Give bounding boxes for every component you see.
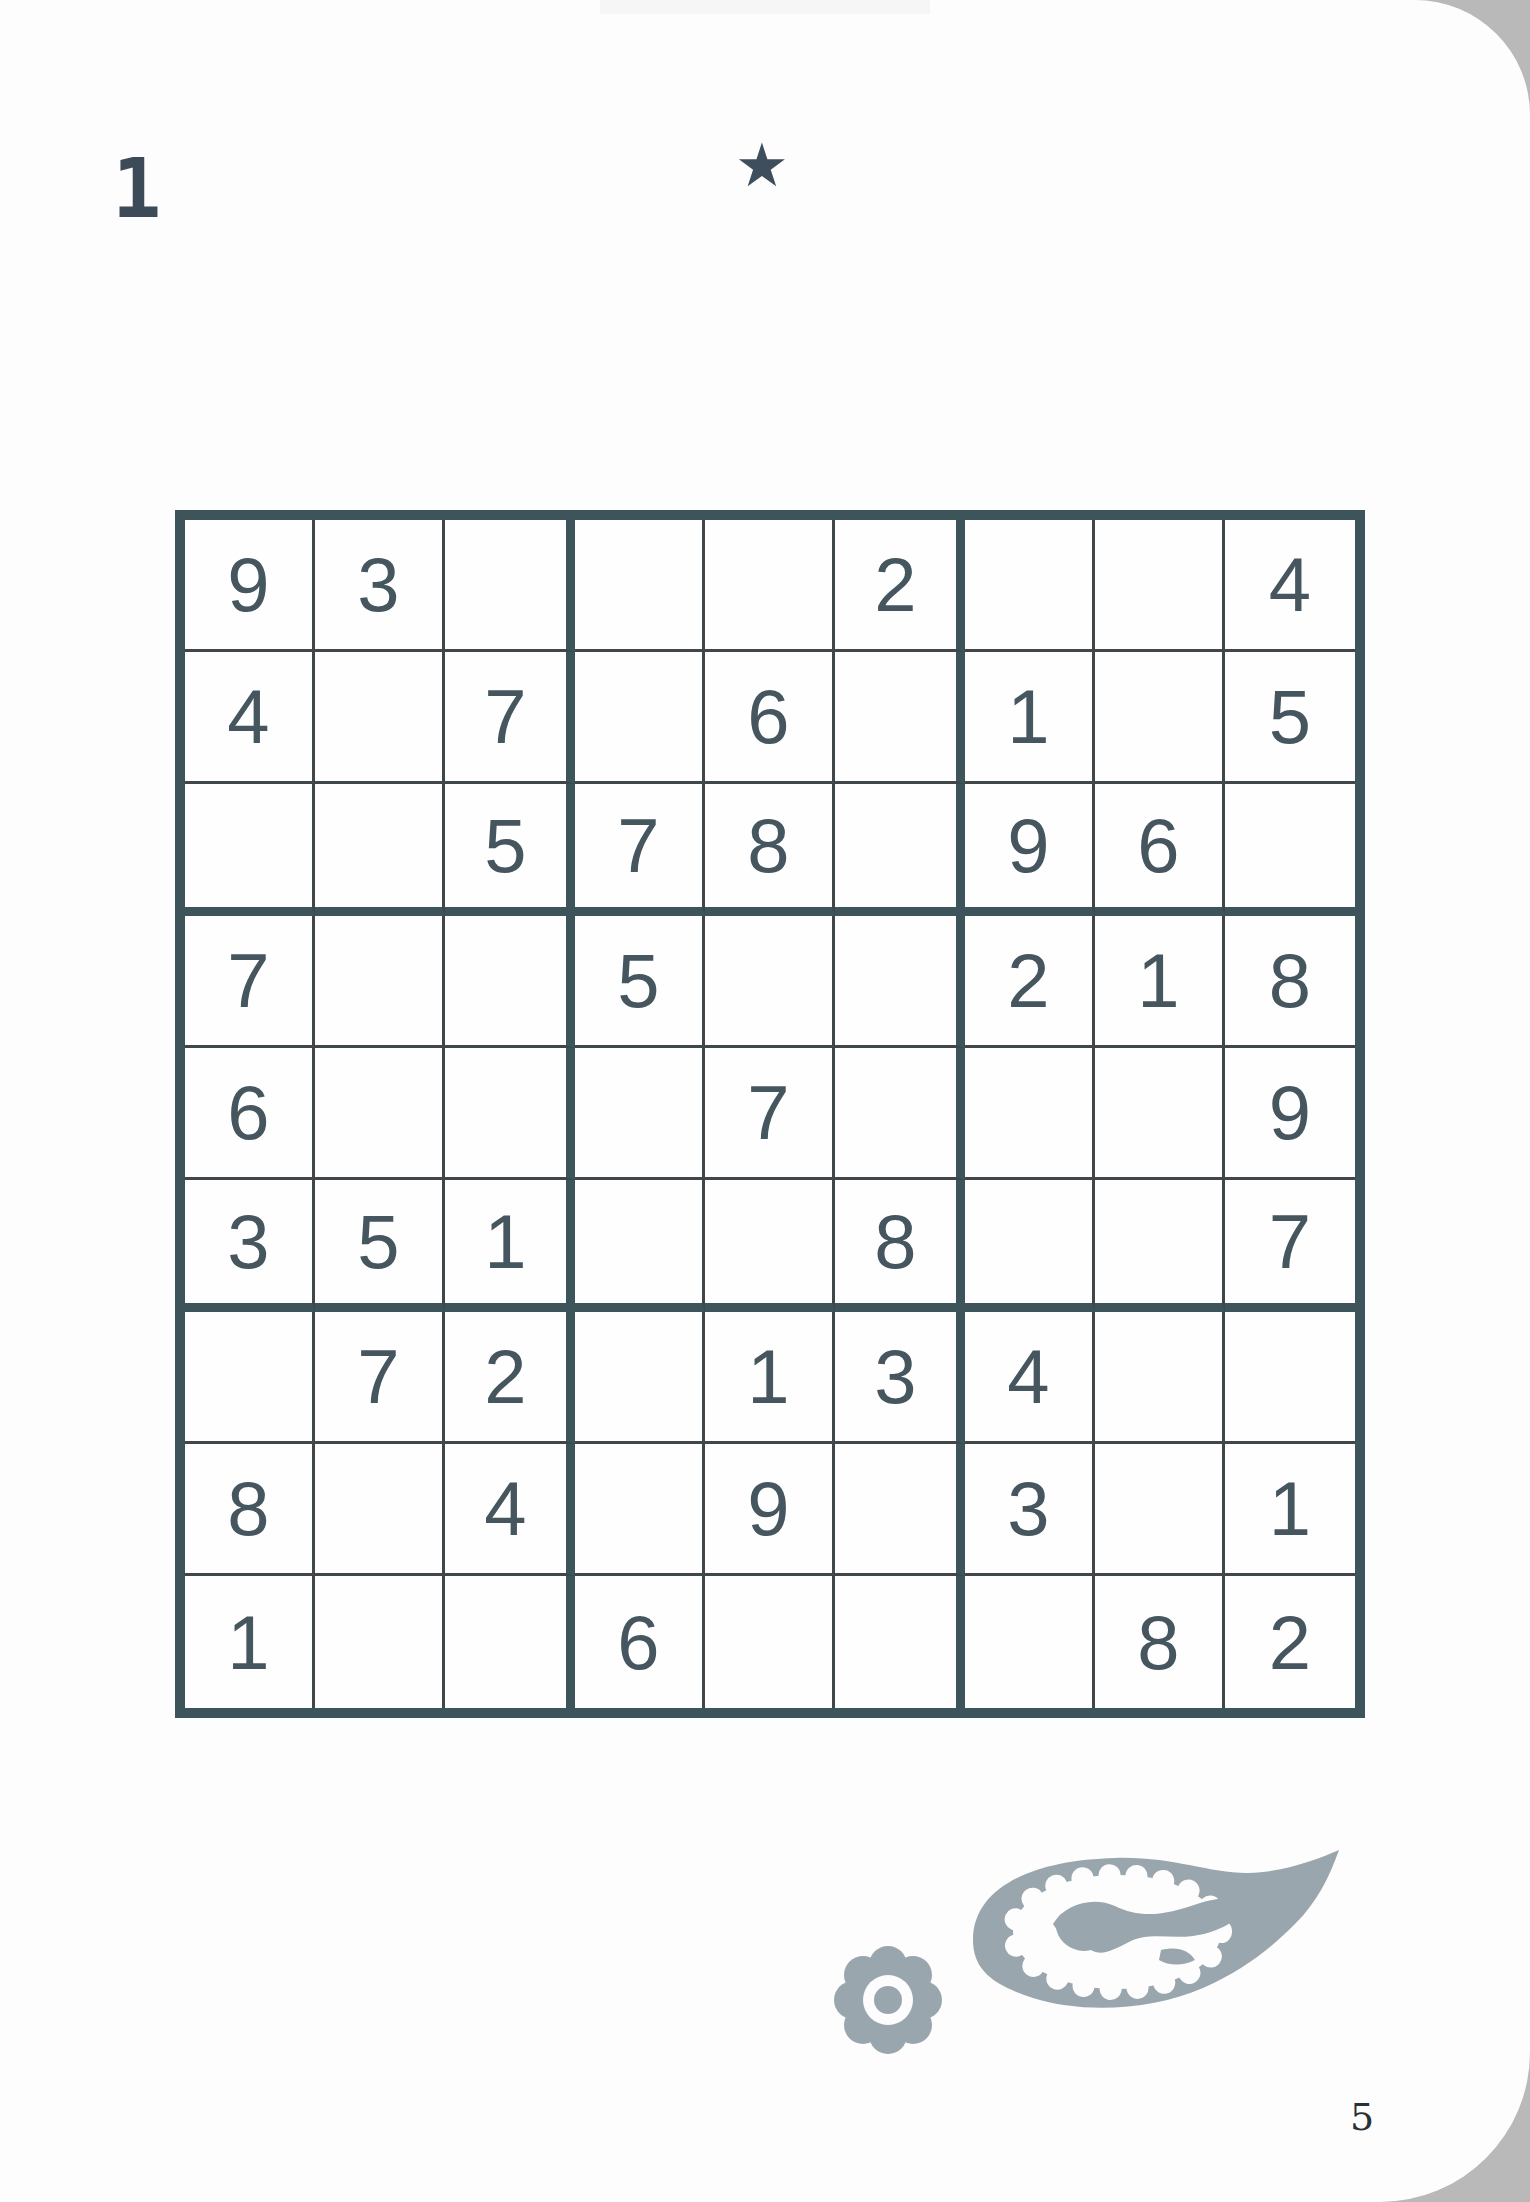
sudoku-cell-r2c1: 4 xyxy=(185,652,315,784)
sudoku-cell-r1c2: 3 xyxy=(315,520,445,652)
sudoku-cell-r3c3: 5 xyxy=(445,784,575,916)
sudoku-cell-r8c3: 4 xyxy=(445,1444,575,1576)
sudoku-cell-r3c9[interactable] xyxy=(1225,784,1355,916)
sudoku-cell-r8c9: 1 xyxy=(1225,1444,1355,1576)
sudoku-cell-r6c7[interactable] xyxy=(965,1180,1095,1312)
sudoku-cell-r2c6[interactable] xyxy=(835,652,965,784)
sudoku-cell-r5c2[interactable] xyxy=(315,1048,445,1180)
sudoku-cell-r8c7: 3 xyxy=(965,1444,1095,1576)
sudoku-cell-r5c8[interactable] xyxy=(1095,1048,1225,1180)
sudoku-cell-r7c6: 3 xyxy=(835,1312,965,1444)
sudoku-cell-r4c5[interactable] xyxy=(705,916,835,1048)
sudoku-cell-r6c5[interactable] xyxy=(705,1180,835,1312)
sudoku-cell-r8c2[interactable] xyxy=(315,1444,445,1576)
sudoku-cell-r2c9: 5 xyxy=(1225,652,1355,784)
sudoku-cell-r5c9: 9 xyxy=(1225,1048,1355,1180)
sudoku-cell-r6c9: 7 xyxy=(1225,1180,1355,1312)
sudoku-cell-r8c8[interactable] xyxy=(1095,1444,1225,1576)
sudoku-cell-r4c4: 5 xyxy=(575,916,705,1048)
sudoku-cell-r3c7: 9 xyxy=(965,784,1095,916)
paisley-ornament-icon xyxy=(965,1848,1345,2020)
flower-ornament-icon xyxy=(832,1938,944,2060)
sudoku-cell-r9c7[interactable] xyxy=(965,1576,1095,1708)
sudoku-cell-r3c4: 7 xyxy=(575,784,705,916)
sudoku-cell-r9c2[interactable] xyxy=(315,1576,445,1708)
sudoku-cell-r3c6[interactable] xyxy=(835,784,965,916)
sudoku-cell-r7c2: 7 xyxy=(315,1312,445,1444)
sudoku-cell-r8c4[interactable] xyxy=(575,1444,705,1576)
sudoku-cell-r5c1: 6 xyxy=(185,1048,315,1180)
sudoku-cell-r1c5[interactable] xyxy=(705,520,835,652)
sudoku-cell-r1c1: 9 xyxy=(185,520,315,652)
sudoku-cell-r3c1[interactable] xyxy=(185,784,315,916)
sudoku-cell-r9c1: 1 xyxy=(185,1576,315,1708)
sudoku-cell-r3c8: 6 xyxy=(1095,784,1225,916)
sudoku-cell-r2c5: 6 xyxy=(705,652,835,784)
sudoku-cell-r3c5: 8 xyxy=(705,784,835,916)
sudoku-cell-r9c8: 8 xyxy=(1095,1576,1225,1708)
sudoku-cell-r1c3[interactable] xyxy=(445,520,575,652)
sudoku-cell-r5c4[interactable] xyxy=(575,1048,705,1180)
sudoku-cell-r2c3: 7 xyxy=(445,652,575,784)
sudoku-cell-r9c5[interactable] xyxy=(705,1576,835,1708)
sudoku-cell-r7c4[interactable] xyxy=(575,1312,705,1444)
book-page: 1 ★ 932447615578967521867935187721348493… xyxy=(0,0,1530,2202)
sudoku-cell-r2c2[interactable] xyxy=(315,652,445,784)
sudoku-cell-r7c5: 1 xyxy=(705,1312,835,1444)
sudoku-cell-r5c6[interactable] xyxy=(835,1048,965,1180)
sudoku-cell-r4c2[interactable] xyxy=(315,916,445,1048)
sudoku-cell-r4c7: 2 xyxy=(965,916,1095,1048)
sudoku-cell-r6c6: 8 xyxy=(835,1180,965,1312)
sudoku-cell-r3c2[interactable] xyxy=(315,784,445,916)
sudoku-cell-r5c3[interactable] xyxy=(445,1048,575,1180)
sudoku-cell-r1c8[interactable] xyxy=(1095,520,1225,652)
scan-edge-shadow xyxy=(600,0,930,14)
sudoku-cell-r7c8[interactable] xyxy=(1095,1312,1225,1444)
sudoku-cell-r4c8: 1 xyxy=(1095,916,1225,1048)
sudoku-cell-r2c8[interactable] xyxy=(1095,652,1225,784)
sudoku-cell-r4c3[interactable] xyxy=(445,916,575,1048)
sudoku-cell-r7c3: 2 xyxy=(445,1312,575,1444)
sudoku-cell-r9c9: 2 xyxy=(1225,1576,1355,1708)
sudoku-cell-r5c7[interactable] xyxy=(965,1048,1095,1180)
sudoku-cell-r6c3: 1 xyxy=(445,1180,575,1312)
sudoku-cell-r4c9: 8 xyxy=(1225,916,1355,1048)
sudoku-cell-r1c7[interactable] xyxy=(965,520,1095,652)
sudoku-cell-r1c6: 2 xyxy=(835,520,965,652)
sudoku-cell-r6c1: 3 xyxy=(185,1180,315,1312)
sudoku-cell-r5c5: 7 xyxy=(705,1048,835,1180)
sudoku-cell-r4c1: 7 xyxy=(185,916,315,1048)
sudoku-cell-r8c1: 8 xyxy=(185,1444,315,1576)
sudoku-cell-r6c4[interactable] xyxy=(575,1180,705,1312)
sudoku-cell-r8c6[interactable] xyxy=(835,1444,965,1576)
sudoku-grid: 9324476155789675218679351877213484931168… xyxy=(175,510,1365,1718)
sudoku-cell-r9c4: 6 xyxy=(575,1576,705,1708)
sudoku-cell-r7c9[interactable] xyxy=(1225,1312,1355,1444)
sudoku-cell-r1c9: 4 xyxy=(1225,520,1355,652)
sudoku-cell-r9c3[interactable] xyxy=(445,1576,575,1708)
difficulty-star-icon: ★ xyxy=(735,136,789,196)
sudoku-cell-r6c8[interactable] xyxy=(1095,1180,1225,1312)
sudoku-cell-r1c4[interactable] xyxy=(575,520,705,652)
sudoku-cell-r7c7: 4 xyxy=(965,1312,1095,1444)
puzzle-number: 1 xyxy=(112,148,161,230)
sudoku-cell-r7c1[interactable] xyxy=(185,1312,315,1444)
sudoku-cell-r2c4[interactable] xyxy=(575,652,705,784)
page-number: 5 xyxy=(1350,2098,1374,2136)
sudoku-cell-r2c7: 1 xyxy=(965,652,1095,784)
sudoku-cell-r6c2: 5 xyxy=(315,1180,445,1312)
sudoku-cell-r4c6[interactable] xyxy=(835,916,965,1048)
sudoku-cell-r9c6[interactable] xyxy=(835,1576,965,1708)
sudoku-cell-r8c5: 9 xyxy=(705,1444,835,1576)
